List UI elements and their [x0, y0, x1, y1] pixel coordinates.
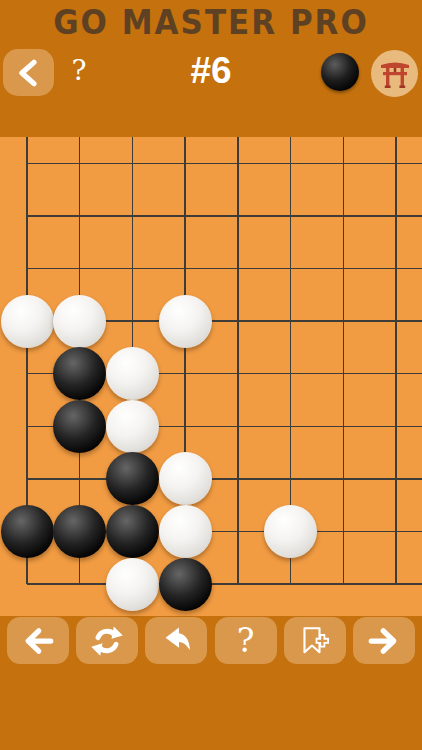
- black-stone: [106, 452, 159, 505]
- black-stone: [53, 400, 106, 453]
- undo-arrow-icon: [158, 623, 194, 659]
- grid-line-vertical: [395, 137, 397, 584]
- white-stone: [159, 505, 212, 558]
- white-stone: [159, 452, 212, 505]
- white-stone: [53, 295, 106, 348]
- white-stone: [159, 295, 212, 348]
- white-stone: [1, 295, 54, 348]
- shrine-button[interactable]: [371, 50, 418, 97]
- restart-button[interactable]: [76, 617, 138, 664]
- grid-line-vertical: [343, 137, 345, 584]
- turn-indicator-black-stone: [321, 53, 359, 91]
- grid-line-horizontal: [27, 215, 422, 217]
- grid-line-vertical: [237, 137, 239, 584]
- refresh-icon: [89, 623, 125, 659]
- toolbar: ?: [0, 617, 422, 664]
- arrow-left-icon: [20, 623, 56, 659]
- black-stone: [53, 347, 106, 400]
- next-puzzle-button[interactable]: [353, 617, 415, 664]
- go-board[interactable]: [0, 137, 422, 616]
- app-root: GO MASTER PRO ? #6: [0, 0, 422, 750]
- bookmark-add-button[interactable]: [284, 617, 346, 664]
- torii-icon: [379, 59, 411, 89]
- app-title: GO MASTER PRO: [0, 3, 422, 42]
- black-stone: [53, 505, 106, 558]
- grid-line-horizontal: [27, 268, 422, 270]
- grid-line-horizontal: [27, 163, 422, 165]
- grid-line-horizontal: [27, 478, 422, 480]
- white-stone: [106, 558, 159, 611]
- white-stone: [264, 505, 317, 558]
- black-stone: [106, 505, 159, 558]
- white-stone: [106, 400, 159, 453]
- question-mark-icon: ?: [237, 624, 255, 657]
- undo-button[interactable]: [145, 617, 207, 664]
- previous-puzzle-button[interactable]: [7, 617, 69, 664]
- white-stone: [106, 347, 159, 400]
- arrow-right-icon: [366, 623, 402, 659]
- hint-button[interactable]: ?: [215, 617, 277, 664]
- grid-line-horizontal: [27, 583, 422, 585]
- bookmark-plus-icon: [297, 623, 333, 659]
- black-stone: [159, 558, 212, 611]
- black-stone: [1, 505, 54, 558]
